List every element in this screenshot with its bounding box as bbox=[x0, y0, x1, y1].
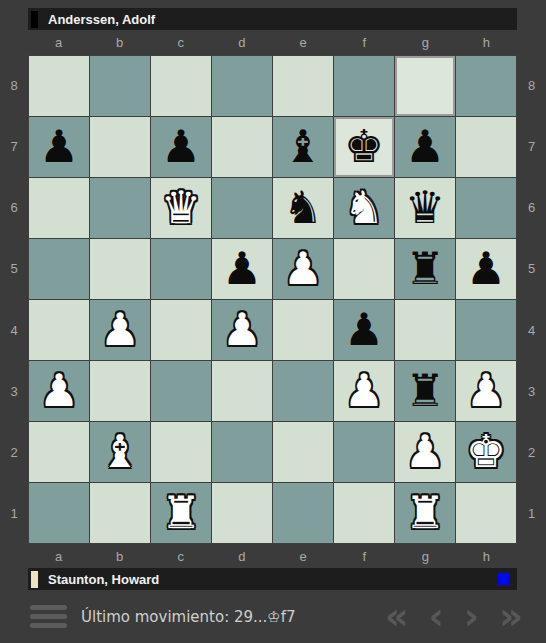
square-h8[interactable] bbox=[456, 56, 516, 116]
square-b4[interactable]: ♟ bbox=[90, 300, 150, 360]
square-e5[interactable]: ♟ bbox=[273, 239, 333, 299]
file-label-a: a bbox=[28, 544, 89, 568]
square-c7[interactable]: ♟ bbox=[151, 117, 211, 177]
turn-indicator bbox=[498, 573, 510, 585]
square-h2[interactable]: ♚ bbox=[456, 422, 516, 482]
square-e4[interactable] bbox=[273, 300, 333, 360]
square-c8[interactable] bbox=[151, 56, 211, 116]
square-b2[interactable]: ♝ bbox=[90, 422, 150, 482]
last-move-status: Último movimiento: 29...♔f7 bbox=[81, 608, 296, 626]
piece-white-pawn: ♟ bbox=[39, 361, 79, 421]
rank-label-7: 7 bbox=[517, 116, 546, 177]
piece-black-rook: ♜ bbox=[405, 239, 445, 299]
piece-white-pawn: ♟ bbox=[283, 239, 323, 299]
rank-label-3: 3 bbox=[0, 361, 28, 422]
piece-black-pawn: ♟ bbox=[161, 117, 201, 177]
piece-black-pawn: ♟ bbox=[39, 117, 79, 177]
file-label-c: c bbox=[150, 30, 211, 55]
square-b1[interactable] bbox=[90, 483, 150, 543]
square-c3[interactable] bbox=[151, 361, 211, 421]
piece-black-pawn: ♟ bbox=[222, 239, 262, 299]
square-g4[interactable] bbox=[395, 300, 455, 360]
square-d5[interactable]: ♟ bbox=[212, 239, 272, 299]
file-label-g: g bbox=[395, 544, 456, 568]
last-move-button[interactable]: » bbox=[494, 597, 528, 637]
square-b7[interactable] bbox=[90, 117, 150, 177]
file-label-d: d bbox=[211, 544, 272, 568]
square-d2[interactable] bbox=[212, 422, 272, 482]
rank-label-1: 1 bbox=[0, 483, 28, 544]
file-label-f: f bbox=[334, 30, 395, 55]
square-f6[interactable]: ♞ bbox=[334, 178, 394, 238]
square-c4[interactable] bbox=[151, 300, 211, 360]
square-a1[interactable] bbox=[29, 483, 89, 543]
piece-black-king: ♚ bbox=[344, 117, 384, 177]
piece-black-rook: ♜ bbox=[405, 361, 445, 421]
board-strip: 87654321 ♟♟♝♚♟♛♞♞♛♟♟♜♟♟♟♟♟♟♜♟♝♟♚♜♜ 87654… bbox=[0, 55, 546, 544]
square-h1[interactable] bbox=[456, 483, 516, 543]
previous-move-button[interactable]: ‹ bbox=[424, 597, 449, 637]
square-d6[interactable] bbox=[212, 178, 272, 238]
chess-board: ♟♟♝♚♟♛♞♞♛♟♟♜♟♟♟♟♟♟♜♟♝♟♚♜♜ bbox=[28, 55, 517, 544]
square-a2[interactable] bbox=[29, 422, 89, 482]
square-g8[interactable] bbox=[395, 56, 455, 116]
piece-black-knight: ♞ bbox=[283, 178, 323, 238]
rank-label-8: 8 bbox=[517, 55, 546, 116]
white-side-indicator bbox=[31, 571, 38, 588]
square-e7[interactable]: ♝ bbox=[273, 117, 333, 177]
menu-hamburger-icon[interactable] bbox=[30, 605, 67, 628]
square-b3[interactable] bbox=[90, 361, 150, 421]
square-c5[interactable] bbox=[151, 239, 211, 299]
square-b8[interactable] bbox=[90, 56, 150, 116]
piece-white-rook: ♜ bbox=[405, 483, 445, 543]
square-c6[interactable]: ♛ bbox=[151, 178, 211, 238]
piece-black-pawn: ♟ bbox=[466, 239, 506, 299]
black-side-indicator bbox=[31, 11, 38, 28]
file-label-e: e bbox=[273, 544, 334, 568]
square-a3[interactable]: ♟ bbox=[29, 361, 89, 421]
file-label-h: h bbox=[456, 544, 517, 568]
rank-label-3: 3 bbox=[517, 361, 546, 422]
rank-label-1: 1 bbox=[517, 483, 546, 544]
first-move-button[interactable]: « bbox=[380, 597, 414, 637]
piece-black-bishop: ♝ bbox=[283, 117, 323, 177]
square-f4[interactable]: ♟ bbox=[334, 300, 394, 360]
square-g2[interactable]: ♟ bbox=[395, 422, 455, 482]
bottom-toolbar: Último movimiento: 29...♔f7 « ‹ › » bbox=[0, 590, 546, 643]
square-h5[interactable]: ♟ bbox=[456, 239, 516, 299]
square-f2[interactable] bbox=[334, 422, 394, 482]
rank-label-7: 7 bbox=[0, 116, 28, 177]
square-a7[interactable]: ♟ bbox=[29, 117, 89, 177]
square-e8[interactable] bbox=[273, 56, 333, 116]
square-f8[interactable] bbox=[334, 56, 394, 116]
rank-label-2: 2 bbox=[517, 422, 546, 483]
file-label-h: h bbox=[456, 30, 517, 55]
file-label-c: c bbox=[150, 544, 211, 568]
square-c2[interactable] bbox=[151, 422, 211, 482]
bottom-player-bar: Staunton, Howard bbox=[28, 568, 517, 590]
square-h3[interactable]: ♟ bbox=[456, 361, 516, 421]
square-e1[interactable] bbox=[273, 483, 333, 543]
rank-label-6: 6 bbox=[517, 177, 546, 238]
piece-white-pawn: ♟ bbox=[405, 422, 445, 482]
piece-black-queen: ♛ bbox=[405, 178, 445, 238]
square-d7[interactable] bbox=[212, 117, 272, 177]
chess-app-window: Anderssen, Adolf abcdefgh 87654321 ♟♟♝♚♟… bbox=[0, 0, 546, 643]
file-labels-top: abcdefgh bbox=[28, 30, 517, 55]
rank-labels-right: 87654321 bbox=[517, 55, 546, 544]
piece-white-king: ♚ bbox=[466, 422, 506, 482]
square-h7[interactable] bbox=[456, 117, 516, 177]
square-g1[interactable]: ♜ bbox=[395, 483, 455, 543]
square-a5[interactable] bbox=[29, 239, 89, 299]
file-label-b: b bbox=[89, 544, 150, 568]
top-player-bar: Anderssen, Adolf bbox=[28, 8, 517, 30]
square-d1[interactable] bbox=[212, 483, 272, 543]
piece-white-pawn: ♟ bbox=[222, 300, 262, 360]
square-h6[interactable] bbox=[456, 178, 516, 238]
square-f3[interactable]: ♟ bbox=[334, 361, 394, 421]
top-player-name: Anderssen, Adolf bbox=[48, 12, 155, 27]
square-a4[interactable] bbox=[29, 300, 89, 360]
bottom-player-name: Staunton, Howard bbox=[48, 572, 159, 587]
rank-label-8: 8 bbox=[0, 55, 28, 116]
square-a6[interactable] bbox=[29, 178, 89, 238]
square-g5[interactable]: ♜ bbox=[395, 239, 455, 299]
square-f5[interactable] bbox=[334, 239, 394, 299]
file-label-d: d bbox=[211, 30, 272, 55]
rank-label-4: 4 bbox=[517, 300, 546, 361]
piece-white-queen: ♛ bbox=[161, 178, 201, 238]
file-label-g: g bbox=[395, 30, 456, 55]
square-c1[interactable]: ♜ bbox=[151, 483, 211, 543]
rank-label-6: 6 bbox=[0, 177, 28, 238]
piece-white-rook: ♜ bbox=[161, 483, 201, 543]
next-move-button[interactable]: › bbox=[459, 597, 484, 637]
square-b5[interactable] bbox=[90, 239, 150, 299]
rank-label-5: 5 bbox=[517, 238, 546, 299]
square-d8[interactable] bbox=[212, 56, 272, 116]
file-label-a: a bbox=[28, 30, 89, 55]
file-label-f: f bbox=[334, 544, 395, 568]
piece-white-pawn: ♟ bbox=[466, 361, 506, 421]
move-navigation: « ‹ › » bbox=[380, 597, 528, 637]
square-e6[interactable]: ♞ bbox=[273, 178, 333, 238]
square-f1[interactable] bbox=[334, 483, 394, 543]
square-h4[interactable] bbox=[456, 300, 516, 360]
rank-label-5: 5 bbox=[0, 238, 28, 299]
square-e3[interactable] bbox=[273, 361, 333, 421]
rank-label-2: 2 bbox=[0, 422, 28, 483]
square-e2[interactable] bbox=[273, 422, 333, 482]
square-g7[interactable]: ♟ bbox=[395, 117, 455, 177]
piece-white-bishop: ♝ bbox=[100, 422, 140, 482]
square-d3[interactable] bbox=[212, 361, 272, 421]
piece-black-pawn: ♟ bbox=[405, 117, 445, 177]
file-label-e: e bbox=[273, 30, 334, 55]
file-label-b: b bbox=[89, 30, 150, 55]
rank-label-4: 4 bbox=[0, 300, 28, 361]
piece-black-pawn: ♟ bbox=[344, 300, 384, 360]
rank-labels-left: 87654321 bbox=[0, 55, 28, 544]
square-g6[interactable]: ♛ bbox=[395, 178, 455, 238]
square-b6[interactable] bbox=[90, 178, 150, 238]
file-labels-bottom: abcdefgh bbox=[28, 544, 517, 568]
square-f7[interactable]: ♚ bbox=[334, 117, 394, 177]
piece-white-pawn: ♟ bbox=[100, 300, 140, 360]
square-a8[interactable] bbox=[29, 56, 89, 116]
square-d4[interactable]: ♟ bbox=[212, 300, 272, 360]
piece-white-pawn: ♟ bbox=[344, 361, 384, 421]
piece-white-knight: ♞ bbox=[344, 178, 384, 238]
square-g3[interactable]: ♜ bbox=[395, 361, 455, 421]
